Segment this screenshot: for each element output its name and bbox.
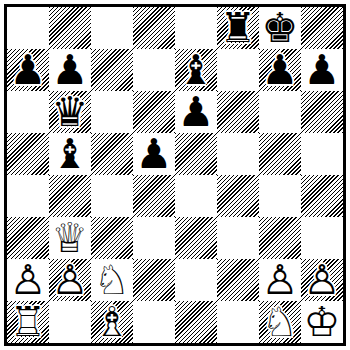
white-knight-outline: ♘: [259, 301, 301, 343]
black-pawn-piece: ♟: [301, 49, 343, 91]
square-c1[interactable]: ♝♗: [91, 301, 133, 343]
square-d4[interactable]: [133, 175, 175, 217]
square-c3[interactable]: [91, 217, 133, 259]
square-b4[interactable]: [49, 175, 91, 217]
square-g6[interactable]: [259, 91, 301, 133]
square-e2[interactable]: [175, 259, 217, 301]
square-d5[interactable]: ♟: [133, 133, 175, 175]
black-king-glyph: ♚: [259, 7, 301, 49]
black-pawn-glyph: ♟: [259, 49, 301, 91]
square-g5[interactable]: [259, 133, 301, 175]
square-e6[interactable]: ♟: [175, 91, 217, 133]
square-d8[interactable]: [133, 7, 175, 49]
black-king-piece: ♚: [259, 7, 301, 49]
square-e1[interactable]: [175, 301, 217, 343]
square-g7[interactable]: ♟: [259, 49, 301, 91]
square-c5[interactable]: [91, 133, 133, 175]
square-h4[interactable]: [301, 175, 343, 217]
white-queen-piece: ♛♕: [49, 217, 91, 259]
white-pawn-piece: ♟♙: [49, 259, 91, 301]
square-c2[interactable]: ♞♘: [91, 259, 133, 301]
square-f2[interactable]: [217, 259, 259, 301]
black-pawn-piece: ♟: [133, 133, 175, 175]
black-pawn-piece: ♟: [175, 91, 217, 133]
square-b3[interactable]: ♛♕: [49, 217, 91, 259]
black-queen-glyph: ♛: [49, 91, 91, 133]
square-f6[interactable]: [217, 91, 259, 133]
square-f4[interactable]: [217, 175, 259, 217]
square-a8[interactable]: [7, 7, 49, 49]
black-pawn-glyph: ♟: [175, 91, 217, 133]
square-h3[interactable]: [301, 217, 343, 259]
square-c7[interactable]: [91, 49, 133, 91]
square-c8[interactable]: [91, 7, 133, 49]
square-h5[interactable]: [301, 133, 343, 175]
square-h6[interactable]: [301, 91, 343, 133]
black-rook-glyph: ♜: [217, 7, 259, 49]
square-h7[interactable]: ♟: [301, 49, 343, 91]
square-h1[interactable]: ♚♔: [301, 301, 343, 343]
square-g2[interactable]: ♟♙: [259, 259, 301, 301]
square-a6[interactable]: [7, 91, 49, 133]
black-bishop-glyph: ♝: [49, 133, 91, 175]
white-pawn-outline: ♙: [49, 259, 91, 301]
black-bishop-piece: ♝: [49, 133, 91, 175]
white-king-outline: ♔: [301, 301, 343, 343]
square-b6[interactable]: ♛: [49, 91, 91, 133]
black-pawn-glyph: ♟: [133, 133, 175, 175]
square-d3[interactable]: [133, 217, 175, 259]
white-rook-piece: ♜♖: [7, 301, 49, 343]
square-a5[interactable]: [7, 133, 49, 175]
square-e4[interactable]: [175, 175, 217, 217]
white-bishop-outline: ♗: [91, 301, 133, 343]
square-f8[interactable]: ♜: [217, 7, 259, 49]
white-pawn-piece: ♟♙: [259, 259, 301, 301]
square-a2[interactable]: ♟♙: [7, 259, 49, 301]
square-d1[interactable]: [133, 301, 175, 343]
square-b1[interactable]: [49, 301, 91, 343]
square-f1[interactable]: [217, 301, 259, 343]
square-g1[interactable]: ♞♘: [259, 301, 301, 343]
square-g8[interactable]: ♚: [259, 7, 301, 49]
square-e7[interactable]: ♝: [175, 49, 217, 91]
black-pawn-glyph: ♟: [49, 49, 91, 91]
black-pawn-glyph: ♟: [7, 49, 49, 91]
white-queen-outline: ♕: [49, 217, 91, 259]
square-b5[interactable]: ♝: [49, 133, 91, 175]
black-pawn-piece: ♟: [7, 49, 49, 91]
square-e5[interactable]: [175, 133, 217, 175]
square-d6[interactable]: [133, 91, 175, 133]
white-bishop-piece: ♝♗: [91, 301, 133, 343]
white-rook-outline: ♖: [7, 301, 49, 343]
square-f3[interactable]: [217, 217, 259, 259]
square-f5[interactable]: [217, 133, 259, 175]
white-king-piece: ♚♔: [301, 301, 343, 343]
square-b2[interactable]: ♟♙: [49, 259, 91, 301]
chess-board: ♜♚♟♟♝♟♟♛♟♝♟♛♕♟♙♟♙♞♘♟♙♟♙♜♖♝♗♞♘♚♔: [4, 4, 346, 346]
square-d7[interactable]: [133, 49, 175, 91]
black-bishop-piece: ♝: [175, 49, 217, 91]
square-a4[interactable]: [7, 175, 49, 217]
black-pawn-piece: ♟: [259, 49, 301, 91]
square-a1[interactable]: ♜♖: [7, 301, 49, 343]
white-pawn-outline: ♙: [259, 259, 301, 301]
square-f7[interactable]: [217, 49, 259, 91]
square-a3[interactable]: [7, 217, 49, 259]
black-bishop-glyph: ♝: [175, 49, 217, 91]
black-rook-piece: ♜: [217, 7, 259, 49]
square-d2[interactable]: [133, 259, 175, 301]
white-knight-piece: ♞♘: [91, 259, 133, 301]
white-pawn-outline: ♙: [7, 259, 49, 301]
square-h2[interactable]: ♟♙: [301, 259, 343, 301]
square-g3[interactable]: [259, 217, 301, 259]
white-knight-piece: ♞♘: [259, 301, 301, 343]
square-e8[interactable]: [175, 7, 217, 49]
square-e3[interactable]: [175, 217, 217, 259]
chess-board-grid: ♜♚♟♟♝♟♟♛♟♝♟♛♕♟♙♟♙♞♘♟♙♟♙♜♖♝♗♞♘♚♔: [7, 7, 343, 343]
black-pawn-glyph: ♟: [301, 49, 343, 91]
black-queen-piece: ♛: [49, 91, 91, 133]
square-a7[interactable]: ♟: [7, 49, 49, 91]
white-pawn-piece: ♟♙: [7, 259, 49, 301]
square-h8[interactable]: [301, 7, 343, 49]
white-pawn-outline: ♙: [301, 259, 343, 301]
square-b8[interactable]: [49, 7, 91, 49]
black-pawn-piece: ♟: [49, 49, 91, 91]
white-pawn-piece: ♟♙: [301, 259, 343, 301]
white-knight-outline: ♘: [91, 259, 133, 301]
square-c4[interactable]: [91, 175, 133, 217]
square-c6[interactable]: [91, 91, 133, 133]
square-b7[interactable]: ♟: [49, 49, 91, 91]
square-g4[interactable]: [259, 175, 301, 217]
